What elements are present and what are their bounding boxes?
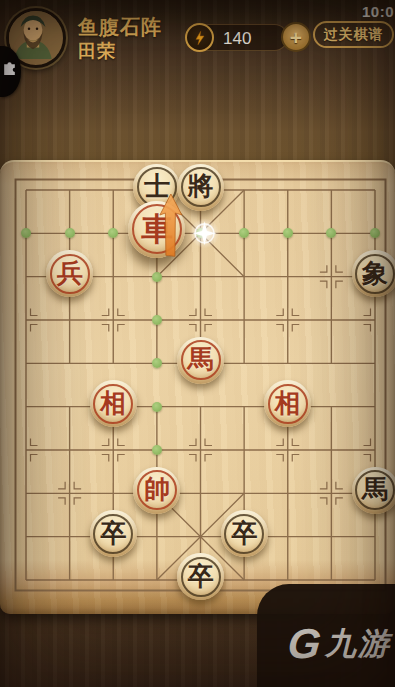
piece-black-general[interactable]: 將 <box>177 164 224 211</box>
move-dot[interactable] <box>152 402 162 412</box>
piece-ring <box>268 384 308 424</box>
piece-red-horse[interactable]: 馬 <box>177 337 224 384</box>
move-dot[interactable] <box>326 228 336 238</box>
piece-black-pawn[interactable]: 卒 <box>90 510 137 557</box>
piece-red-elephant[interactable]: 相 <box>264 380 311 427</box>
move-dot[interactable] <box>239 228 249 238</box>
move-dot[interactable] <box>152 445 162 455</box>
move-dot[interactable] <box>65 228 75 238</box>
piece-ring <box>355 470 395 510</box>
move-dot[interactable] <box>108 228 118 238</box>
record-button[interactable]: 过关棋谱 <box>313 21 394 48</box>
level-name: 鱼腹石阵 <box>78 15 162 40</box>
move-dot[interactable] <box>196 228 206 238</box>
move-dot[interactable] <box>283 228 293 238</box>
piece-red-chariot[interactable]: 車 <box>128 201 185 258</box>
piece-ring <box>355 254 395 294</box>
piece-ring <box>137 470 177 510</box>
jiuyou-logo-icon: G <box>286 623 323 665</box>
piece-ring <box>224 514 264 554</box>
piece-ring <box>93 384 133 424</box>
piece-black-elephant[interactable]: 象 <box>352 250 395 297</box>
piece-black-horse[interactable]: 馬 <box>352 467 395 514</box>
watermark: G 九游 <box>288 623 391 665</box>
opponent-name: 田荣 <box>78 40 162 63</box>
plus-icon: + <box>290 27 302 48</box>
piece-ring <box>132 204 182 254</box>
energy-count: 140 <box>223 25 251 52</box>
game-screen: 士將車兵象馬相相帥馬卒卒卒 G 九游 <box>0 0 395 687</box>
timer: 10:0 <box>362 3 394 20</box>
piece-red-pawn[interactable]: 兵 <box>46 250 93 297</box>
piece-black-pawn[interactable]: 卒 <box>177 553 224 600</box>
move-dot[interactable] <box>152 358 162 368</box>
piece-black-pawn[interactable]: 卒 <box>221 510 268 557</box>
piece-red-general[interactable]: 帥 <box>133 467 180 514</box>
header: 鱼腹石阵 田荣 140 + 过关棋谱 10:0 <box>0 0 395 160</box>
add-energy-button[interactable]: + <box>281 22 311 52</box>
move-dot[interactable] <box>21 228 31 238</box>
move-dot[interactable] <box>152 315 162 325</box>
piece-red-elephant[interactable]: 相 <box>90 380 137 427</box>
piece-ring <box>181 557 221 597</box>
move-dot[interactable] <box>152 272 162 282</box>
puzzle-icon <box>2 59 17 76</box>
move-dot[interactable] <box>370 228 380 238</box>
xiangqi-board[interactable]: 士將車兵象馬相相帥馬卒卒卒 <box>4 168 395 601</box>
energy-pill[interactable]: 140 <box>186 24 288 51</box>
piece-ring <box>50 254 90 294</box>
lightning-icon <box>185 23 214 52</box>
watermark-text: 九游 <box>325 623 391 665</box>
piece-ring <box>93 514 133 554</box>
piece-ring <box>181 340 221 380</box>
piece-ring <box>181 167 221 207</box>
avatar-portrait-icon <box>9 11 57 59</box>
